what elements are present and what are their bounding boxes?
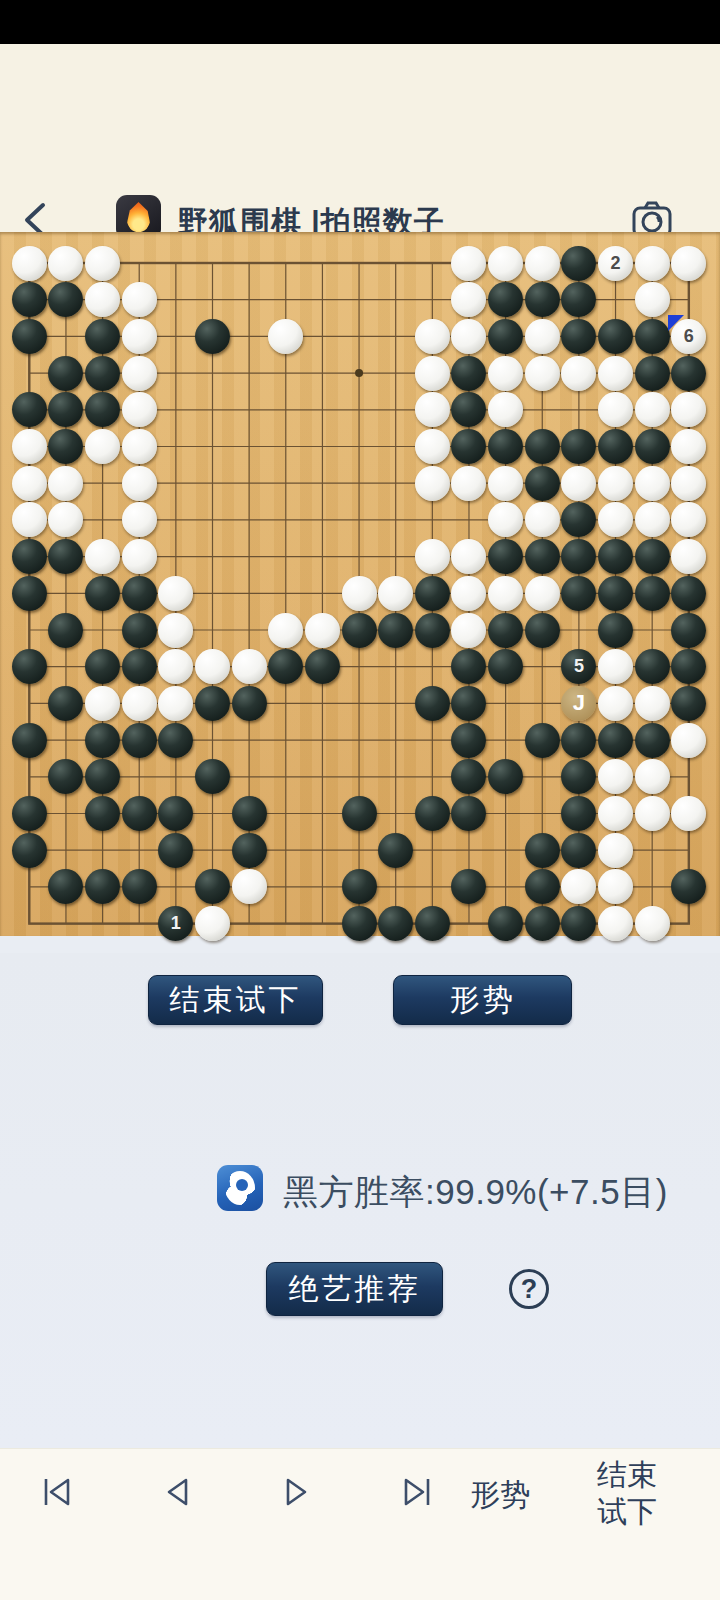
black-stone <box>12 833 47 868</box>
white-stone <box>451 246 486 281</box>
nav-end-trial-button[interactable]: 结束 试下 <box>597 1456 657 1530</box>
black-stone <box>12 392 47 427</box>
white-stone <box>12 246 47 281</box>
black-stone <box>122 613 157 648</box>
analysis-panel: 结束试下 形势 黑方胜率:99.9%(+7.5目) 绝艺推荐 ? <box>0 953 720 1448</box>
black-stone <box>451 723 486 758</box>
white-stone <box>635 282 670 317</box>
next-move-icon[interactable] <box>280 1475 314 1509</box>
black-stone <box>488 539 523 574</box>
white-stone <box>122 539 157 574</box>
black-stone <box>12 319 47 354</box>
black-stone <box>451 356 486 391</box>
white-stone <box>378 576 413 611</box>
black-stone <box>12 282 47 317</box>
black-stone <box>415 906 450 941</box>
white-stone <box>85 246 120 281</box>
black-stone <box>525 429 560 464</box>
black-stone <box>598 576 633 611</box>
nav-end-trial-line2: 试下 <box>597 1493 657 1530</box>
white-stone <box>85 539 120 574</box>
white-stone <box>525 319 560 354</box>
white-stone <box>525 576 560 611</box>
white-stone <box>122 282 157 317</box>
black-stone <box>378 833 413 868</box>
white-stone <box>451 613 486 648</box>
white-stone <box>525 356 560 391</box>
black-stone <box>12 576 47 611</box>
white-stone <box>671 723 706 758</box>
black-stone <box>488 319 523 354</box>
white-stone <box>635 246 670 281</box>
black-stone <box>122 649 157 684</box>
black-stone <box>561 576 596 611</box>
black-stone <box>342 869 377 904</box>
black-stone <box>598 613 633 648</box>
black-stone <box>525 869 560 904</box>
black-stone <box>525 613 560 648</box>
black-stone <box>85 576 120 611</box>
black-stone <box>85 796 120 831</box>
black-stone <box>525 466 560 501</box>
white-stone <box>268 319 303 354</box>
skip-to-start-icon[interactable] <box>40 1475 74 1509</box>
black-stone <box>635 539 670 574</box>
white-stone <box>122 686 157 721</box>
black-stone <box>342 796 377 831</box>
white-stone <box>488 356 523 391</box>
black-stone <box>122 796 157 831</box>
nav-end-trial-line1: 结束 <box>597 1456 657 1493</box>
white-stone <box>488 466 523 501</box>
white-stone <box>525 246 560 281</box>
white-stone <box>635 796 670 831</box>
black-stone <box>525 723 560 758</box>
white-stone <box>415 539 450 574</box>
black-stone <box>488 429 523 464</box>
black-stone <box>598 539 633 574</box>
white-stone <box>561 466 596 501</box>
white-stone <box>268 613 303 648</box>
go-board[interactable]: 265J1 <box>0 232 720 936</box>
white-stone <box>122 502 157 537</box>
white-stone <box>122 466 157 501</box>
black-stone <box>415 613 450 648</box>
black-stone <box>561 723 596 758</box>
white-stone <box>85 686 120 721</box>
fineart-ai-logo-icon <box>217 1165 263 1211</box>
skip-to-end-icon[interactable] <box>400 1475 434 1509</box>
black-stone <box>635 319 670 354</box>
white-stone <box>635 392 670 427</box>
black-stone <box>342 906 377 941</box>
white-stone <box>122 319 157 354</box>
black-stone <box>415 686 450 721</box>
white-stone <box>85 429 120 464</box>
status-bar <box>0 0 720 44</box>
black-stone <box>12 539 47 574</box>
white-stone <box>232 869 267 904</box>
white-stone <box>598 796 633 831</box>
white-stone: 2 <box>598 246 633 281</box>
black-stone <box>415 576 450 611</box>
white-stone <box>525 502 560 537</box>
nav-situation-button[interactable]: 形势 <box>470 1475 530 1516</box>
black-stone <box>635 429 670 464</box>
white-stone <box>488 576 523 611</box>
bottom-nav: 形势 结束 试下 <box>0 1448 720 1600</box>
black-stone <box>122 576 157 611</box>
black-stone <box>122 869 157 904</box>
white-stone <box>598 649 633 684</box>
black-stone <box>378 613 413 648</box>
white-stone <box>342 576 377 611</box>
black-stone <box>525 833 560 868</box>
ai-recommend-button[interactable]: 绝艺推荐 <box>266 1262 443 1316</box>
black-stone <box>232 686 267 721</box>
black-stone <box>48 613 83 648</box>
black-stone <box>305 649 340 684</box>
black-stone <box>635 723 670 758</box>
black-stone <box>561 246 596 281</box>
white-stone <box>415 356 450 391</box>
black-stone <box>232 796 267 831</box>
white-stone: 6 <box>671 319 706 354</box>
winrate-row: 黑方胜率:99.9%(+7.5目) <box>0 1165 720 1215</box>
black-stone <box>671 686 706 721</box>
help-icon[interactable]: ? <box>509 1269 549 1309</box>
black-stone <box>158 723 193 758</box>
black-stone <box>671 356 706 391</box>
black-stone <box>342 613 377 648</box>
white-stone <box>598 906 633 941</box>
end-trial-button[interactable]: 结束试下 <box>148 975 323 1025</box>
black-stone <box>415 796 450 831</box>
black-stone <box>598 319 633 354</box>
white-stone <box>12 429 47 464</box>
previous-move-icon[interactable] <box>160 1475 194 1509</box>
black-stone <box>85 356 120 391</box>
black-stone <box>48 356 83 391</box>
white-stone <box>598 466 633 501</box>
white-stone <box>122 429 157 464</box>
black-stone <box>85 319 120 354</box>
white-stone <box>12 466 47 501</box>
white-stone <box>48 246 83 281</box>
white-stone <box>415 392 450 427</box>
white-stone <box>415 319 450 354</box>
white-stone <box>232 649 267 684</box>
black-stone <box>85 723 120 758</box>
white-stone <box>671 246 706 281</box>
black-stone <box>525 539 560 574</box>
situation-button[interactable]: 形势 <box>393 975 572 1025</box>
white-stone <box>488 246 523 281</box>
white-stone <box>195 649 230 684</box>
white-stone <box>122 356 157 391</box>
black-stone <box>598 723 633 758</box>
black-stone <box>598 429 633 464</box>
white-stone <box>598 356 633 391</box>
white-stone <box>598 686 633 721</box>
white-stone <box>415 429 450 464</box>
white-stone <box>635 759 670 794</box>
black-stone <box>561 833 596 868</box>
black-stone <box>635 576 670 611</box>
white-stone <box>598 833 633 868</box>
white-stone <box>158 613 193 648</box>
black-stone <box>671 576 706 611</box>
white-stone <box>12 502 47 537</box>
black-stone <box>488 613 523 648</box>
header: 野狐围棋 |拍照数子 <box>0 44 720 232</box>
white-stone <box>671 466 706 501</box>
white-stone <box>635 906 670 941</box>
white-stone <box>415 466 450 501</box>
black-stone <box>525 282 560 317</box>
black-stone <box>232 833 267 868</box>
black-stone <box>158 833 193 868</box>
black-stone <box>635 356 670 391</box>
black-stone <box>122 723 157 758</box>
black-stone <box>671 613 706 648</box>
white-stone <box>451 466 486 501</box>
black-stone <box>195 686 230 721</box>
white-stone <box>635 466 670 501</box>
black-stone <box>635 649 670 684</box>
white-stone <box>48 466 83 501</box>
white-stone <box>305 613 340 648</box>
white-stone <box>122 392 157 427</box>
black-stone <box>12 723 47 758</box>
white-stone <box>195 906 230 941</box>
white-stone <box>635 686 670 721</box>
black-stone <box>195 319 230 354</box>
winrate-text: 黑方胜率:99.9%(+7.5目) <box>283 1169 668 1216</box>
black-stone <box>12 796 47 831</box>
white-stone <box>635 502 670 537</box>
black-stone <box>488 906 523 941</box>
black-stone <box>12 649 47 684</box>
white-stone <box>158 576 193 611</box>
white-stone <box>561 356 596 391</box>
black-stone <box>525 906 560 941</box>
